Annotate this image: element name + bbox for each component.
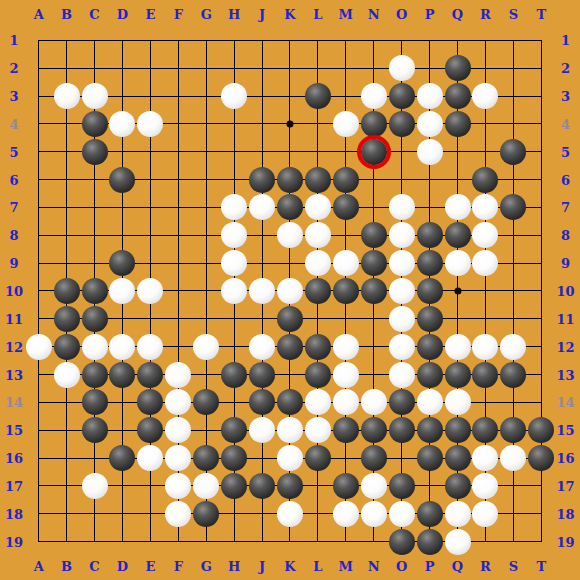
row-label-right: 19 xyxy=(556,535,574,548)
white-stone-J15 xyxy=(249,417,275,443)
white-stone-M18 xyxy=(333,501,359,527)
white-stone-O11 xyxy=(389,306,415,332)
white-stone-R12 xyxy=(472,334,498,360)
white-stone-J7 xyxy=(249,194,275,220)
row-label-left: 7 xyxy=(9,201,18,214)
column-label-bottom: P xyxy=(425,559,435,572)
black-stone-H16 xyxy=(221,445,247,471)
black-stone-E15 xyxy=(137,417,163,443)
row-label-right: 18 xyxy=(556,507,574,520)
column-label-bottom: M xyxy=(339,559,353,572)
row-label-right: 10 xyxy=(556,284,574,297)
black-stone-K7 xyxy=(277,194,303,220)
black-stone-L12 xyxy=(305,334,331,360)
column-label-top: H xyxy=(228,8,240,21)
white-stone-O18 xyxy=(389,501,415,527)
white-stone-S16 xyxy=(500,445,526,471)
white-stone-F15 xyxy=(165,417,191,443)
black-stone-B12 xyxy=(54,334,80,360)
white-stone-Q9 xyxy=(445,250,471,276)
row-label-right: 7 xyxy=(561,201,570,214)
row-label-right: 9 xyxy=(561,257,570,270)
black-stone-E14 xyxy=(137,389,163,415)
white-stone-D12 xyxy=(109,334,135,360)
black-stone-P12 xyxy=(417,334,443,360)
row-label-left: 6 xyxy=(9,173,18,186)
white-stone-R8 xyxy=(472,222,498,248)
row-label-left: 18 xyxy=(5,507,23,520)
white-stone-R3 xyxy=(472,83,498,109)
white-stone-L7 xyxy=(305,194,331,220)
row-label-left: 13 xyxy=(5,368,23,381)
white-stone-E12 xyxy=(137,334,163,360)
black-stone-K12 xyxy=(277,334,303,360)
column-label-bottom: E xyxy=(145,559,155,572)
black-stone-K14 xyxy=(277,389,303,415)
star-point xyxy=(454,287,461,294)
white-stone-K18 xyxy=(277,501,303,527)
row-label-left: 15 xyxy=(5,424,23,437)
black-stone-C14 xyxy=(82,389,108,415)
row-label-right: 5 xyxy=(561,145,570,158)
row-label-left: 2 xyxy=(9,62,18,75)
white-stone-O12 xyxy=(389,334,415,360)
black-stone-C4 xyxy=(82,111,108,137)
column-label-top: Q xyxy=(452,8,463,21)
black-stone-B11 xyxy=(54,306,80,332)
black-stone-P19 xyxy=(417,529,443,555)
column-label-bottom: O xyxy=(396,559,407,572)
white-stone-H7 xyxy=(221,194,247,220)
black-stone-R15 xyxy=(472,417,498,443)
white-stone-R16 xyxy=(472,445,498,471)
black-stone-P11 xyxy=(417,306,443,332)
white-stone-H9 xyxy=(221,250,247,276)
black-stone-Q8 xyxy=(445,222,471,248)
black-stone-M10 xyxy=(333,278,359,304)
white-stone-N14 xyxy=(361,389,387,415)
black-stone-O19 xyxy=(389,529,415,555)
row-label-right: 16 xyxy=(556,452,574,465)
white-stone-O8 xyxy=(389,222,415,248)
black-stone-S13 xyxy=(500,362,526,388)
row-label-left: 16 xyxy=(5,452,23,465)
black-stone-E13 xyxy=(137,362,163,388)
black-stone-J17 xyxy=(249,473,275,499)
black-stone-P8 xyxy=(417,222,443,248)
black-stone-K11 xyxy=(277,306,303,332)
column-label-bottom: K xyxy=(284,559,295,572)
black-stone-H15 xyxy=(221,417,247,443)
white-stone-J12 xyxy=(249,334,275,360)
black-stone-P10 xyxy=(417,278,443,304)
column-label-top: B xyxy=(61,8,72,21)
row-label-left: 17 xyxy=(5,479,23,492)
column-label-bottom: C xyxy=(89,559,99,572)
row-label-right: 8 xyxy=(561,229,570,242)
column-label-top: F xyxy=(174,8,183,21)
white-stone-K15 xyxy=(277,417,303,443)
black-stone-H17 xyxy=(221,473,247,499)
white-stone-K10 xyxy=(277,278,303,304)
column-label-bottom: H xyxy=(228,559,240,572)
white-stone-F13 xyxy=(165,362,191,388)
row-label-right: 2 xyxy=(561,62,570,75)
black-stone-S5 xyxy=(500,139,526,165)
black-stone-C10 xyxy=(82,278,108,304)
column-label-top: A xyxy=(34,8,44,21)
column-label-top: J xyxy=(259,8,265,21)
column-label-top: E xyxy=(145,8,155,21)
black-stone-J6 xyxy=(249,167,275,193)
row-label-left: 4 xyxy=(9,117,18,130)
column-label-top: N xyxy=(368,8,380,21)
go-board[interactable]: AABBCCDDEEFFGGHHJJKKLLMMNNOOPPQQRRSSTT11… xyxy=(0,0,580,580)
black-stone-Q15 xyxy=(445,417,471,443)
black-stone-N16 xyxy=(361,445,387,471)
white-stone-A12 xyxy=(26,334,52,360)
white-stone-H10 xyxy=(221,278,247,304)
white-stone-M12 xyxy=(333,334,359,360)
white-stone-O7 xyxy=(389,194,415,220)
white-stone-H8 xyxy=(221,222,247,248)
white-stone-S12 xyxy=(500,334,526,360)
column-label-top: C xyxy=(89,8,99,21)
black-stone-D6 xyxy=(109,167,135,193)
row-label-left: 1 xyxy=(9,34,18,47)
white-stone-M4 xyxy=(333,111,359,137)
black-stone-N4 xyxy=(361,111,387,137)
row-label-left: 10 xyxy=(5,284,23,297)
black-stone-S7 xyxy=(500,194,526,220)
white-stone-B3 xyxy=(54,83,80,109)
black-stone-Q3 xyxy=(445,83,471,109)
white-stone-Q18 xyxy=(445,501,471,527)
column-label-bottom: S xyxy=(509,559,518,572)
white-stone-D4 xyxy=(109,111,135,137)
white-stone-Q7 xyxy=(445,194,471,220)
column-label-top: O xyxy=(396,8,407,21)
white-stone-R17 xyxy=(472,473,498,499)
row-label-right: 12 xyxy=(556,340,574,353)
black-stone-C13 xyxy=(82,362,108,388)
black-stone-C11 xyxy=(82,306,108,332)
white-stone-O2 xyxy=(389,55,415,81)
white-stone-L8 xyxy=(305,222,331,248)
last-move-marker xyxy=(357,135,391,169)
black-stone-R6 xyxy=(472,167,498,193)
white-stone-R9 xyxy=(472,250,498,276)
black-stone-S15 xyxy=(500,417,526,443)
row-label-left: 12 xyxy=(5,340,23,353)
white-stone-C12 xyxy=(82,334,108,360)
black-stone-O14 xyxy=(389,389,415,415)
black-stone-J14 xyxy=(249,389,275,415)
black-stone-O3 xyxy=(389,83,415,109)
white-stone-O13 xyxy=(389,362,415,388)
column-label-top: D xyxy=(117,8,128,21)
white-stone-Q19 xyxy=(445,529,471,555)
white-stone-D10 xyxy=(109,278,135,304)
black-stone-C15 xyxy=(82,417,108,443)
row-label-left: 8 xyxy=(9,229,18,242)
black-stone-D9 xyxy=(109,250,135,276)
white-stone-O10 xyxy=(389,278,415,304)
white-stone-E16 xyxy=(137,445,163,471)
black-stone-M17 xyxy=(333,473,359,499)
black-stone-G14 xyxy=(193,389,219,415)
row-label-right: 17 xyxy=(556,479,574,492)
white-stone-O9 xyxy=(389,250,415,276)
black-stone-N8 xyxy=(361,222,387,248)
white-stone-Q14 xyxy=(445,389,471,415)
white-stone-C17 xyxy=(82,473,108,499)
column-label-top: G xyxy=(201,8,212,21)
black-stone-H13 xyxy=(221,362,247,388)
white-stone-F16 xyxy=(165,445,191,471)
white-stone-R7 xyxy=(472,194,498,220)
white-stone-P14 xyxy=(417,389,443,415)
black-stone-Q4 xyxy=(445,111,471,137)
white-stone-J10 xyxy=(249,278,275,304)
column-label-bottom: T xyxy=(536,559,546,572)
row-label-right: 3 xyxy=(561,90,570,103)
black-stone-D13 xyxy=(109,362,135,388)
white-stone-P5 xyxy=(417,139,443,165)
white-stone-H3 xyxy=(221,83,247,109)
black-stone-M15 xyxy=(333,417,359,443)
white-stone-M13 xyxy=(333,362,359,388)
white-stone-M9 xyxy=(333,250,359,276)
black-stone-O15 xyxy=(389,417,415,443)
white-stone-L14 xyxy=(305,389,331,415)
black-stone-Q16 xyxy=(445,445,471,471)
black-stone-L3 xyxy=(305,83,331,109)
black-stone-L10 xyxy=(305,278,331,304)
row-label-left: 5 xyxy=(9,145,18,158)
column-label-bottom: A xyxy=(34,559,44,572)
black-stone-P18 xyxy=(417,501,443,527)
row-label-right: 4 xyxy=(561,117,570,130)
white-stone-L15 xyxy=(305,417,331,443)
column-label-bottom: Q xyxy=(452,559,463,572)
black-stone-G16 xyxy=(193,445,219,471)
black-stone-L16 xyxy=(305,445,331,471)
row-label-left: 3 xyxy=(9,90,18,103)
row-label-left: 19 xyxy=(5,535,23,548)
column-label-top: P xyxy=(425,8,435,21)
black-stone-M7 xyxy=(333,194,359,220)
white-stone-P4 xyxy=(417,111,443,137)
black-stone-L13 xyxy=(305,362,331,388)
black-stone-K17 xyxy=(277,473,303,499)
white-stone-N3 xyxy=(361,83,387,109)
black-stone-N9 xyxy=(361,250,387,276)
white-stone-G17 xyxy=(193,473,219,499)
column-label-top: M xyxy=(339,8,353,21)
black-stone-Q2 xyxy=(445,55,471,81)
black-stone-N15 xyxy=(361,417,387,443)
white-stone-F17 xyxy=(165,473,191,499)
white-stone-N18 xyxy=(361,501,387,527)
row-label-right: 13 xyxy=(556,368,574,381)
white-stone-E10 xyxy=(137,278,163,304)
black-stone-D16 xyxy=(109,445,135,471)
white-stone-R18 xyxy=(472,501,498,527)
row-label-left: 9 xyxy=(9,257,18,270)
white-stone-P3 xyxy=(417,83,443,109)
white-stone-Q12 xyxy=(445,334,471,360)
black-stone-K6 xyxy=(277,167,303,193)
black-stone-T16 xyxy=(528,445,554,471)
white-stone-N17 xyxy=(361,473,387,499)
white-stone-K16 xyxy=(277,445,303,471)
white-stone-M14 xyxy=(333,389,359,415)
black-stone-L6 xyxy=(305,167,331,193)
black-stone-R13 xyxy=(472,362,498,388)
black-stone-M6 xyxy=(333,167,359,193)
column-label-bottom: N xyxy=(368,559,380,572)
black-stone-B10 xyxy=(54,278,80,304)
white-stone-C3 xyxy=(82,83,108,109)
black-stone-P16 xyxy=(417,445,443,471)
black-stone-O4 xyxy=(389,111,415,137)
column-label-bottom: L xyxy=(313,559,322,572)
column-label-top: R xyxy=(480,8,491,21)
white-stone-F14 xyxy=(165,389,191,415)
column-label-top: K xyxy=(284,8,295,21)
row-label-left: 14 xyxy=(5,396,23,409)
row-label-left: 11 xyxy=(5,312,23,325)
black-stone-P13 xyxy=(417,362,443,388)
row-label-right: 14 xyxy=(556,396,574,409)
column-label-bottom: F xyxy=(174,559,183,572)
star-point xyxy=(286,120,293,127)
black-stone-T15 xyxy=(528,417,554,443)
white-stone-G12 xyxy=(193,334,219,360)
row-label-right: 1 xyxy=(561,34,570,47)
black-stone-Q13 xyxy=(445,362,471,388)
column-label-bottom: G xyxy=(201,559,212,572)
row-label-right: 15 xyxy=(556,424,574,437)
white-stone-B13 xyxy=(54,362,80,388)
black-stone-J13 xyxy=(249,362,275,388)
black-stone-Q17 xyxy=(445,473,471,499)
column-label-top: T xyxy=(536,8,546,21)
row-label-right: 11 xyxy=(556,312,574,325)
column-label-bottom: D xyxy=(117,559,128,572)
white-stone-E4 xyxy=(137,111,163,137)
column-label-bottom: R xyxy=(480,559,491,572)
black-stone-N10 xyxy=(361,278,387,304)
row-label-right: 6 xyxy=(561,173,570,186)
column-label-top: S xyxy=(509,8,518,21)
white-stone-F18 xyxy=(165,501,191,527)
white-stone-L9 xyxy=(305,250,331,276)
column-label-top: L xyxy=(313,8,322,21)
white-stone-K8 xyxy=(277,222,303,248)
black-stone-P9 xyxy=(417,250,443,276)
black-stone-O17 xyxy=(389,473,415,499)
black-stone-C5 xyxy=(82,139,108,165)
column-label-bottom: J xyxy=(259,559,265,572)
column-label-bottom: B xyxy=(61,559,72,572)
black-stone-P15 xyxy=(417,417,443,443)
black-stone-G18 xyxy=(193,501,219,527)
